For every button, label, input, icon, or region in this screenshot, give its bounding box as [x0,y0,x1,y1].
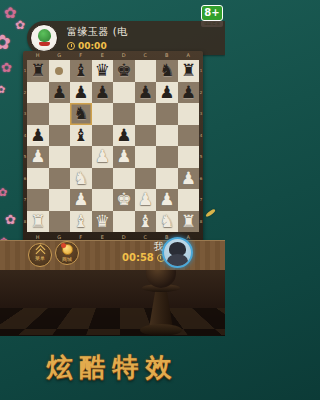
piece-bp[interactable]: ♟ [113,125,135,147]
shop-button[interactable]: 商城 [55,241,79,265]
move-origin-dot [55,67,63,75]
square-b8[interactable]: ♞ [156,211,178,233]
piece-bb[interactable]: ♝ [70,60,92,82]
square-h7[interactable] [27,189,49,211]
rank-labels-right: 12345678 [199,60,203,232]
piece-wr[interactable]: ♜ [27,211,49,233]
square-c8[interactable]: ♝ [135,211,157,233]
coordinate-label: A [178,51,200,60]
blossom-icon: ✿ [15,18,25,32]
leaf-icon [205,209,217,218]
piece-wp[interactable]: ♟ [178,168,200,190]
square-h4[interactable]: ♟ [27,125,49,147]
menu-button[interactable]: 菜单 [28,243,52,267]
square-c6[interactable] [135,168,157,190]
square-e1[interactable]: ♛ [92,60,114,82]
square-d2[interactable] [113,82,135,104]
coordinate-label: 4 [199,125,203,147]
piece-bb[interactable]: ♝ [70,125,92,147]
square-g2[interactable]: ♟ [49,82,71,104]
piece-wb[interactable]: ♝ [70,211,92,233]
piece-wr[interactable]: ♜ [178,211,200,233]
square-h2[interactable] [27,82,49,104]
square-e3[interactable] [92,103,114,125]
shop-button-label: 商城 [56,256,78,262]
square-e4[interactable] [92,125,114,147]
square-e7[interactable] [92,189,114,211]
piece-bp[interactable]: ♟ [156,82,178,104]
opponent-clock-value: 00:00 [78,41,107,51]
blossom-icon: ✿ [0,30,11,54]
jade-icon [38,29,51,42]
square-a1[interactable]: ♜ [178,60,200,82]
square-a8[interactable]: ♜ [178,211,200,233]
jade-pot-icon [39,42,50,46]
square-h5[interactable]: ♟ [27,146,49,168]
avatar-figure [167,254,188,268]
square-a2[interactable]: ♟ [178,82,200,104]
square-d7[interactable]: ♚ [113,189,135,211]
double-chevron-up-icon [36,246,44,254]
opponent-clock: 00:00 [67,40,107,51]
blossom-icon: ✿ [1,60,12,75]
opponent-bar: 富缘玉器 (电 00:00 [27,21,225,55]
square-h8[interactable]: ♜ [27,211,49,233]
square-g7[interactable] [49,189,71,211]
piece-bk[interactable]: ♚ [113,60,135,82]
coordinate-label: D [113,51,135,60]
piece-wp[interactable]: ♟ [135,189,157,211]
square-a4[interactable] [178,125,200,147]
piece-bp[interactable]: ♟ [135,82,157,104]
piece-bn[interactable]: ♞ [70,103,92,125]
square-f6[interactable]: ♞ [70,168,92,190]
square-g5[interactable] [49,146,71,168]
square-g3[interactable] [49,103,71,125]
piece-bq[interactable]: ♛ [92,60,114,82]
piece-wp[interactable]: ♟ [70,189,92,211]
checkered-floor [0,308,225,336]
square-e8[interactable]: ♛ [92,211,114,233]
square-e5[interactable]: ♟ [92,146,114,168]
my-clock: 00:58 [122,252,165,263]
square-f8[interactable]: ♝ [70,211,92,233]
square-d3[interactable] [113,103,135,125]
piece-br[interactable]: ♜ [27,60,49,82]
coin-icon [62,244,73,255]
piece-br[interactable]: ♜ [178,60,200,82]
coordinate-label: G [49,51,71,60]
square-c4[interactable] [135,125,157,147]
square-h1[interactable]: ♜ [27,60,49,82]
square-f1[interactable]: ♝ [70,60,92,82]
square-d4[interactable]: ♟ [113,125,135,147]
piece-bp[interactable]: ♟ [178,82,200,104]
square-h3[interactable] [27,103,49,125]
piece-wp[interactable]: ♟ [92,146,114,168]
square-a6[interactable]: ♟ [178,168,200,190]
file-labels-top: HGFEDCBA [27,51,199,60]
piece-wb[interactable]: ♝ [135,211,157,233]
square-b5[interactable] [156,146,178,168]
piece-bp[interactable]: ♟ [92,82,114,104]
square-g8[interactable] [49,211,71,233]
coordinate-label: 6 [199,168,203,190]
age-rating-number: 8+ [201,5,223,21]
blossom-icon: ✿ [5,212,16,227]
square-f3[interactable]: ♞ [70,103,92,125]
opponent-avatar[interactable] [30,24,58,52]
square-b3[interactable] [156,103,178,125]
clock-icon [67,42,75,50]
square-f2[interactable]: ♟ [70,82,92,104]
square-c2[interactable]: ♟ [135,82,157,104]
blossom-icon: ✿ [4,4,17,22]
coordinate-label: 8 [199,211,203,233]
square-b4[interactable] [156,125,178,147]
square-d6[interactable] [113,168,135,190]
square-h6[interactable] [27,168,49,190]
piece-wq[interactable]: ♛ [92,211,114,233]
square-c1[interactable] [135,60,157,82]
coordinate-label: C [135,51,157,60]
square-g4[interactable] [49,125,71,147]
my-avatar[interactable] [162,237,193,268]
piece-wn[interactable]: ♞ [70,168,92,190]
coordinate-label: 7 [199,189,203,211]
square-b1[interactable]: ♞ [156,60,178,82]
chess-scene-decoration [0,270,225,336]
square-f4[interactable]: ♝ [70,125,92,147]
opponent-name: 富缘玉器 (电 [67,25,128,39]
piece-wp[interactable]: ♟ [156,189,178,211]
piece-wp[interactable]: ♟ [113,146,135,168]
coordinate-label: 2 [199,82,203,104]
coordinate-label: H [27,51,49,60]
coordinate-label: 1 [199,60,203,82]
square-f5[interactable] [70,146,92,168]
piece-bp[interactable]: ♟ [70,82,92,104]
my-clock-value: 00:58 [122,252,154,263]
square-b2[interactable]: ♟ [156,82,178,104]
coordinate-label: F [70,51,92,60]
chess-app-screen: { "game": "chess", "app": { "age_badge":… [0,0,225,400]
board-grid: ♜♝♛♚♞♜♟♟♟♟♟♟♞♟♝♟♟♟♟♞♟♟♚♟♟♜♝♛♝♞♜ [27,60,199,232]
blossom-icon: ✿ [0,84,5,95]
square-e2[interactable]: ♟ [92,82,114,104]
square-a3[interactable] [178,103,200,125]
coordinate-label: E [92,51,114,60]
giant-pawn-icon [149,288,173,328]
piece-bn[interactable]: ♞ [156,60,178,82]
piece-wk[interactable]: ♚ [113,189,135,211]
square-d8[interactable] [113,211,135,233]
square-b7[interactable]: ♟ [156,189,178,211]
square-c3[interactable] [135,103,157,125]
piece-bp[interactable]: ♟ [27,125,49,147]
chess-board: HGFEDCBA 12345678 12345678 ♜♝♛♚♞♜♟♟♟♟♟♟♞… [23,51,203,242]
square-d5[interactable]: ♟ [113,146,135,168]
coordinate-label: 5 [199,146,203,168]
giant-pawn-icon [140,324,182,336]
square-g6[interactable] [49,168,71,190]
piece-bp[interactable]: ♟ [49,82,71,104]
square-d1[interactable]: ♚ [113,60,135,82]
square-a7[interactable] [178,189,200,211]
square-a5[interactable] [178,146,200,168]
square-c5[interactable] [135,146,157,168]
blossom-icon: ✿ [0,186,7,199]
piece-wn[interactable]: ♞ [156,211,178,233]
piece-wp[interactable]: ♟ [27,146,49,168]
promo-banner-text: 炫酷特效 [0,350,225,385]
coordinate-label: B [156,51,178,60]
square-c7[interactable]: ♟ [135,189,157,211]
square-g1[interactable] [49,60,71,82]
coordinate-label: 3 [199,103,203,125]
square-b6[interactable] [156,168,178,190]
square-e6[interactable] [92,168,114,190]
square-f7[interactable]: ♟ [70,189,92,211]
